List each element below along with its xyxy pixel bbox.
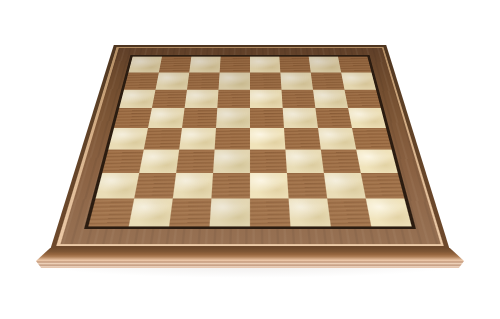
square-d4[interactable] xyxy=(215,128,250,150)
square-f1[interactable] xyxy=(289,198,331,226)
square-b5[interactable] xyxy=(148,108,185,128)
square-c6[interactable] xyxy=(185,90,219,108)
square-h2[interactable] xyxy=(361,173,405,199)
square-e1[interactable] xyxy=(250,198,290,226)
square-b2[interactable] xyxy=(134,173,176,199)
square-f4[interactable] xyxy=(284,128,321,150)
square-h7[interactable] xyxy=(341,73,376,90)
square-g7[interactable] xyxy=(311,73,345,90)
square-f5[interactable] xyxy=(283,108,318,128)
square-g6[interactable] xyxy=(313,90,348,108)
square-g8[interactable] xyxy=(309,57,341,73)
photo-canvas xyxy=(0,0,500,319)
square-d3[interactable] xyxy=(213,150,250,173)
square-h8[interactable] xyxy=(338,57,372,73)
square-d7[interactable] xyxy=(219,73,250,90)
square-f7[interactable] xyxy=(280,73,313,90)
square-a2[interactable] xyxy=(96,173,140,199)
board-squares xyxy=(88,57,411,227)
square-b6[interactable] xyxy=(152,90,187,108)
square-h6[interactable] xyxy=(344,90,380,108)
square-h3[interactable] xyxy=(356,150,398,173)
square-d8[interactable] xyxy=(220,57,250,73)
square-f6[interactable] xyxy=(281,90,315,108)
square-e7[interactable] xyxy=(250,73,281,90)
square-e4[interactable] xyxy=(250,128,285,150)
chess-board xyxy=(50,45,450,250)
square-c7[interactable] xyxy=(187,73,220,90)
board-molding-edge xyxy=(36,248,464,268)
square-e3[interactable] xyxy=(250,150,287,173)
square-a8[interactable] xyxy=(128,57,162,73)
square-b8[interactable] xyxy=(159,57,191,73)
square-b1[interactable] xyxy=(129,198,173,226)
square-g1[interactable] xyxy=(327,198,371,226)
square-g3[interactable] xyxy=(321,150,361,173)
square-a3[interactable] xyxy=(102,150,144,173)
square-f8[interactable] xyxy=(279,57,310,73)
square-c8[interactable] xyxy=(189,57,220,73)
square-a6[interactable] xyxy=(119,90,155,108)
square-e2[interactable] xyxy=(250,173,289,199)
square-e8[interactable] xyxy=(250,57,280,73)
square-c3[interactable] xyxy=(176,150,214,173)
square-b7[interactable] xyxy=(156,73,190,90)
square-d5[interactable] xyxy=(216,108,250,128)
square-a4[interactable] xyxy=(108,128,148,150)
square-a5[interactable] xyxy=(114,108,152,128)
square-h5[interactable] xyxy=(348,108,386,128)
square-h1[interactable] xyxy=(366,198,412,226)
square-e6[interactable] xyxy=(250,90,283,108)
square-b3[interactable] xyxy=(139,150,179,173)
square-h4[interactable] xyxy=(352,128,392,150)
square-d6[interactable] xyxy=(217,90,250,108)
square-d2[interactable] xyxy=(211,173,250,199)
square-c4[interactable] xyxy=(179,128,216,150)
square-a7[interactable] xyxy=(124,73,159,90)
square-e5[interactable] xyxy=(250,108,284,128)
square-b4[interactable] xyxy=(144,128,182,150)
square-d1[interactable] xyxy=(210,198,250,226)
square-g5[interactable] xyxy=(315,108,352,128)
square-g2[interactable] xyxy=(324,173,366,199)
square-c2[interactable] xyxy=(173,173,213,199)
square-g4[interactable] xyxy=(318,128,356,150)
square-c1[interactable] xyxy=(169,198,211,226)
square-c5[interactable] xyxy=(182,108,217,128)
square-f2[interactable] xyxy=(287,173,327,199)
square-f3[interactable] xyxy=(285,150,323,173)
square-a1[interactable] xyxy=(88,198,134,226)
